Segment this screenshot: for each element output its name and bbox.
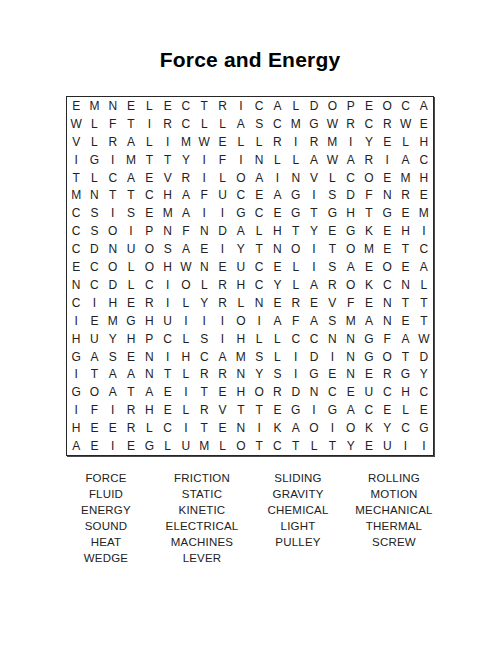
- grid-cell: I: [250, 419, 268, 437]
- grid-cell: I: [195, 312, 213, 330]
- grid-cell: E: [360, 97, 378, 115]
- grid-cell: I: [158, 276, 176, 294]
- grid-cell: G: [140, 437, 158, 455]
- grid-cell: T: [396, 294, 414, 312]
- grid-cell: A: [232, 222, 250, 240]
- grid-cell: O: [378, 348, 396, 366]
- grid-cell: C: [140, 186, 158, 204]
- grid-cell: O: [323, 97, 341, 115]
- grid-cell: A: [415, 258, 433, 276]
- grid-cell: E: [360, 365, 378, 383]
- grid-cell: I: [415, 222, 433, 240]
- grid-cell: C: [250, 276, 268, 294]
- grid-cell: Y: [177, 151, 195, 169]
- grid-cell: I: [104, 437, 122, 455]
- grid-cell: G: [122, 312, 140, 330]
- grid-cell: G: [360, 330, 378, 348]
- grid-cell: T: [250, 437, 268, 455]
- grid-cell: A: [122, 169, 140, 187]
- grid-cell: L: [140, 133, 158, 151]
- grid-cell: L: [250, 133, 268, 151]
- grid-cell: W: [195, 133, 213, 151]
- grid-cell: I: [268, 169, 286, 187]
- grid-cell: G: [323, 204, 341, 222]
- grid-cell: C: [67, 294, 85, 312]
- grid-cell: T: [415, 312, 433, 330]
- grid-cell: M: [323, 133, 341, 151]
- grid-cell: A: [396, 330, 414, 348]
- grid-cell: M: [177, 133, 195, 151]
- grid-cell: R: [305, 133, 323, 151]
- grid-cell: T: [195, 383, 213, 401]
- grid-cell: A: [268, 97, 286, 115]
- grid-cell: O: [305, 419, 323, 437]
- grid-cell: E: [396, 258, 414, 276]
- grid-cell: C: [67, 204, 85, 222]
- grid-cell: M: [341, 312, 359, 330]
- grid-cell: T: [104, 186, 122, 204]
- grid-cell: N: [232, 365, 250, 383]
- grid-cell: A: [177, 204, 195, 222]
- grid-cell: T: [396, 240, 414, 258]
- grid-cell: L: [415, 276, 433, 294]
- grid-cell: Y: [195, 294, 213, 312]
- grid-cell: D: [104, 276, 122, 294]
- grid-cell: A: [305, 276, 323, 294]
- grid-cell: L: [396, 133, 414, 151]
- grid-cell: P: [341, 97, 359, 115]
- word-list-item: PULLEY: [250, 534, 346, 550]
- grid-cell: R: [213, 97, 231, 115]
- grid-cell: E: [268, 294, 286, 312]
- grid-cell: I: [232, 151, 250, 169]
- grid-cell: C: [85, 258, 103, 276]
- grid-cell: A: [341, 151, 359, 169]
- grid-cell: L: [195, 115, 213, 133]
- grid-cell: I: [195, 204, 213, 222]
- grid-cell: C: [158, 419, 176, 437]
- grid-cell: F: [378, 330, 396, 348]
- grid-cell: F: [287, 312, 305, 330]
- grid-cell: M: [122, 151, 140, 169]
- grid-cell: I: [104, 401, 122, 419]
- grid-cell: I: [232, 97, 250, 115]
- grid-cell: N: [195, 258, 213, 276]
- grid-cell: A: [341, 258, 359, 276]
- word-list-item: GRAVITY: [250, 486, 346, 502]
- word-list-item: HEAT: [58, 534, 154, 550]
- grid-cell: U: [213, 186, 231, 204]
- grid-cell: A: [104, 365, 122, 383]
- grid-cell: L: [287, 258, 305, 276]
- grid-cell: R: [213, 294, 231, 312]
- grid-cell: U: [158, 312, 176, 330]
- grid-cell: R: [104, 133, 122, 151]
- grid-cell: G: [305, 115, 323, 133]
- grid-cell: E: [268, 401, 286, 419]
- grid-cell: E: [250, 186, 268, 204]
- grid-cell: G: [67, 348, 85, 366]
- grid-cell: N: [232, 419, 250, 437]
- grid-cell: A: [250, 169, 268, 187]
- grid-cell: M: [104, 312, 122, 330]
- grid-cell: L: [177, 330, 195, 348]
- grid-cell: N: [250, 294, 268, 312]
- grid-cell: I: [305, 401, 323, 419]
- grid-cell: R: [268, 383, 286, 401]
- grid-cell: O: [341, 240, 359, 258]
- grid-cell: H: [232, 276, 250, 294]
- grid-cell: S: [323, 312, 341, 330]
- grid-cell: I: [67, 365, 85, 383]
- grid-cell: L: [195, 276, 213, 294]
- grid-cell: M: [232, 348, 250, 366]
- grid-cell: I: [122, 222, 140, 240]
- grid-cell: L: [213, 169, 231, 187]
- grid-cell: A: [305, 312, 323, 330]
- grid-cell: U: [232, 258, 250, 276]
- grid-cell: L: [140, 419, 158, 437]
- grid-cell: E: [122, 348, 140, 366]
- grid-cell: C: [396, 419, 414, 437]
- grid-cell: L: [232, 133, 250, 151]
- grid-cell: C: [341, 169, 359, 187]
- grid-cell: T: [287, 437, 305, 455]
- grid-cell: O: [378, 258, 396, 276]
- grid-cell: R: [195, 365, 213, 383]
- grid-cell: E: [305, 294, 323, 312]
- grid-cell: R: [396, 186, 414, 204]
- grid-cell: C: [415, 240, 433, 258]
- grid-cell: V: [305, 169, 323, 187]
- grid-cell: V: [67, 133, 85, 151]
- grid-cell: N: [341, 330, 359, 348]
- grid-cell: E: [213, 383, 231, 401]
- grid-cell: R: [341, 115, 359, 133]
- grid-cell: C: [415, 151, 433, 169]
- grid-cell: S: [85, 204, 103, 222]
- grid-cell: E: [268, 204, 286, 222]
- grid-cell: W: [323, 115, 341, 133]
- grid-cell: N: [396, 276, 414, 294]
- grid-cell: L: [323, 169, 341, 187]
- word-list-item: LEVER: [154, 550, 250, 566]
- grid-cell: O: [341, 419, 359, 437]
- grid-cell: E: [140, 204, 158, 222]
- grid-cell: I: [213, 204, 231, 222]
- grid-cell: G: [67, 383, 85, 401]
- grid-cell: G: [232, 204, 250, 222]
- grid-cell: Y: [360, 133, 378, 151]
- grid-cell: G: [396, 365, 414, 383]
- grid-cell: S: [195, 330, 213, 348]
- grid-cell: Y: [378, 419, 396, 437]
- grid-cell: O: [232, 169, 250, 187]
- grid-cell: E: [378, 401, 396, 419]
- grid-cell: W: [396, 115, 414, 133]
- grid-cell: L: [250, 222, 268, 240]
- grid-cell: T: [360, 204, 378, 222]
- grid-cell: G: [323, 401, 341, 419]
- grid-cell: U: [85, 330, 103, 348]
- grid-cell: R: [287, 294, 305, 312]
- grid-cell: K: [360, 222, 378, 240]
- grid-cell: K: [360, 276, 378, 294]
- grid-cell: L: [396, 401, 414, 419]
- word-list-item: FLUID: [58, 486, 154, 502]
- grid-cell: T: [323, 437, 341, 455]
- grid-cell: N: [158, 222, 176, 240]
- grid-cell: I: [67, 401, 85, 419]
- grid-cell: V: [158, 169, 176, 187]
- grid-cell: T: [122, 383, 140, 401]
- grid-cell: O: [140, 240, 158, 258]
- grid-cell: I: [104, 151, 122, 169]
- grid-cell: E: [396, 312, 414, 330]
- grid-cell: R: [378, 365, 396, 383]
- grid-cell: R: [195, 401, 213, 419]
- grid-cell: R: [140, 294, 158, 312]
- grid-cell: M: [415, 204, 433, 222]
- grid-cell: I: [415, 437, 433, 455]
- grid-cell: E: [396, 204, 414, 222]
- grid-cell: F: [104, 115, 122, 133]
- word-list: FORCEFLUIDENERGYSOUNDHEATWEDGEFRICTIONST…: [58, 470, 442, 566]
- grid-cell: E: [360, 258, 378, 276]
- grid-cell: E: [158, 97, 176, 115]
- grid-cell: W: [67, 115, 85, 133]
- grid-cell: G: [287, 186, 305, 204]
- grid-cell: C: [287, 330, 305, 348]
- word-list-item: MACHINES: [154, 534, 250, 550]
- grid-cell: O: [250, 383, 268, 401]
- grid-cell: Y: [305, 222, 323, 240]
- grid-cell: H: [158, 258, 176, 276]
- grid-cell: I: [396, 437, 414, 455]
- grid-cell: I: [67, 312, 85, 330]
- grid-cell: K: [268, 419, 286, 437]
- grid-cell: O: [232, 312, 250, 330]
- grid-cell: V: [323, 294, 341, 312]
- grid-cell: A: [140, 383, 158, 401]
- grid-cell: L: [122, 258, 140, 276]
- grid-cell: T: [122, 115, 140, 133]
- grid-cell: E: [415, 115, 433, 133]
- grid-cell: H: [140, 312, 158, 330]
- grid-cell: T: [122, 186, 140, 204]
- grid-cell: L: [213, 437, 231, 455]
- grid-cell: L: [140, 97, 158, 115]
- grid-cell: A: [396, 151, 414, 169]
- grid-cell: I: [250, 312, 268, 330]
- grid-cell: W: [323, 151, 341, 169]
- word-list-item: CHEMICAL: [250, 502, 346, 518]
- grid-cell: A: [232, 115, 250, 133]
- word-column: ROLLINGMOTIONMECHANICALTHERMALSCREW: [346, 470, 442, 566]
- grid-cell: L: [85, 115, 103, 133]
- grid-cell: G: [85, 151, 103, 169]
- word-list-item: MOTION: [346, 486, 442, 502]
- grid-cell: N: [378, 186, 396, 204]
- grid-cell: I: [305, 240, 323, 258]
- grid-cell: G: [305, 365, 323, 383]
- grid-cell: R: [122, 419, 140, 437]
- grid-cell: U: [378, 437, 396, 455]
- grid-cell: P: [140, 330, 158, 348]
- grid-cell: E: [360, 437, 378, 455]
- grid-cell: C: [360, 115, 378, 133]
- grid-cell: N: [195, 222, 213, 240]
- grid-cell: H: [232, 330, 250, 348]
- grid-cell: H: [122, 330, 140, 348]
- grid-cell: I: [177, 383, 195, 401]
- grid-cell: D: [85, 240, 103, 258]
- grid-cell: I: [177, 312, 195, 330]
- grid-cell: C: [195, 348, 213, 366]
- grid-cell: O: [232, 437, 250, 455]
- grid-cell: R: [268, 133, 286, 151]
- word-list-item: ROLLING: [346, 470, 442, 486]
- grid-cell: M: [396, 169, 414, 187]
- grid-cell: C: [140, 276, 158, 294]
- grid-cell: N: [305, 383, 323, 401]
- grid-cell: E: [378, 133, 396, 151]
- grid-cell: E: [195, 240, 213, 258]
- grid-cell: A: [67, 437, 85, 455]
- letter-grid: EMNELECTRICALDOPEOCAWLFTIRCLLASCMGWRCRWE…: [66, 96, 434, 456]
- grid-cell: O: [85, 383, 103, 401]
- grid-cell: E: [85, 312, 103, 330]
- grid-cell: A: [360, 312, 378, 330]
- grid-cell: I: [177, 419, 195, 437]
- grid-cell: I: [158, 294, 176, 312]
- grid-cell: C: [250, 97, 268, 115]
- grid-cell: Y: [268, 276, 286, 294]
- grid-cell: H: [415, 133, 433, 151]
- grid-cell: E: [378, 169, 396, 187]
- grid-cell: E: [85, 437, 103, 455]
- grid-cell: F: [85, 401, 103, 419]
- grid-cell: H: [232, 383, 250, 401]
- grid-cell: E: [158, 383, 176, 401]
- grid-cell: M: [67, 186, 85, 204]
- grid-cell: S: [250, 115, 268, 133]
- grid-cell: T: [67, 169, 85, 187]
- grid-cell: E: [158, 401, 176, 419]
- grid-cell: C: [268, 115, 286, 133]
- grid-cell: A: [85, 348, 103, 366]
- grid-cell: E: [85, 419, 103, 437]
- grid-cell: C: [378, 383, 396, 401]
- grid-cell: D: [305, 97, 323, 115]
- grid-cell: Y: [232, 240, 250, 258]
- grid-cell: K: [360, 419, 378, 437]
- grid-cell: R: [360, 151, 378, 169]
- grid-cell: H: [177, 348, 195, 366]
- grid-cell: D: [415, 348, 433, 366]
- grid-cell: E: [213, 133, 231, 151]
- grid-cell: L: [177, 294, 195, 312]
- grid-cell: S: [250, 348, 268, 366]
- grid-cell: Y: [250, 365, 268, 383]
- grid-cell: D: [213, 222, 231, 240]
- grid-cell: D: [287, 383, 305, 401]
- grid-cell: E: [378, 222, 396, 240]
- grid-cell: E: [341, 383, 359, 401]
- grid-cell: Y: [104, 330, 122, 348]
- grid-cell: N: [104, 240, 122, 258]
- grid-cell: N: [140, 348, 158, 366]
- grid-cell: T: [287, 222, 305, 240]
- grid-cell: T: [415, 294, 433, 312]
- grid-cell: L: [85, 133, 103, 151]
- worksheet-page: Force and Energy EMNELECTRICALDOPEOCAWLF…: [0, 0, 500, 647]
- grid-cell: M: [158, 204, 176, 222]
- grid-cell: S: [323, 186, 341, 204]
- grid-cell: T: [396, 348, 414, 366]
- grid-cell: U: [122, 240, 140, 258]
- grid-cell: T: [158, 151, 176, 169]
- grid-cell: E: [268, 258, 286, 276]
- grid-cell: L: [268, 348, 286, 366]
- grid-cell: E: [378, 240, 396, 258]
- grid-cell: L: [232, 294, 250, 312]
- grid-cell: I: [287, 348, 305, 366]
- grid-cell: S: [323, 258, 341, 276]
- grid-cell: T: [250, 401, 268, 419]
- word-list-item: MECHANICAL: [346, 502, 442, 518]
- grid-cell: E: [67, 258, 85, 276]
- grid-cell: R: [122, 401, 140, 419]
- grid-cell: C: [250, 258, 268, 276]
- word-list-item: SCREW: [346, 534, 442, 550]
- grid-cell: A: [341, 401, 359, 419]
- grid-cell: L: [250, 330, 268, 348]
- grid-cell: L: [287, 276, 305, 294]
- grid-cell: G: [378, 204, 396, 222]
- grid-cell: S: [268, 365, 286, 383]
- grid-cell: L: [122, 276, 140, 294]
- word-list-item: STATIC: [154, 486, 250, 502]
- grid-cell: N: [323, 330, 341, 348]
- grid-cell: O: [341, 276, 359, 294]
- grid-cell: I: [195, 169, 213, 187]
- grid-cell: T: [250, 240, 268, 258]
- grid-cell: A: [177, 186, 195, 204]
- grid-cell: I: [323, 348, 341, 366]
- grid-cell: G: [415, 419, 433, 437]
- grid-cell: T: [195, 97, 213, 115]
- grid-cell: L: [287, 151, 305, 169]
- grid-cell: I: [378, 151, 396, 169]
- grid-cell: R: [158, 115, 176, 133]
- grid-cell: M: [360, 240, 378, 258]
- word-list-item: FORCE: [58, 470, 154, 486]
- grid-cell: C: [104, 169, 122, 187]
- grid-cell: R: [177, 169, 195, 187]
- grid-cell: S: [158, 240, 176, 258]
- grid-cell: N: [104, 97, 122, 115]
- grid-cell: S: [122, 204, 140, 222]
- grid-cell: R: [213, 365, 231, 383]
- grid-cell: I: [213, 330, 231, 348]
- grid-cell: C: [67, 222, 85, 240]
- grid-cell: A: [104, 383, 122, 401]
- grid-cell: W: [177, 258, 195, 276]
- grid-cell: A: [268, 186, 286, 204]
- grid-cell: O: [287, 240, 305, 258]
- grid-cell: E: [104, 419, 122, 437]
